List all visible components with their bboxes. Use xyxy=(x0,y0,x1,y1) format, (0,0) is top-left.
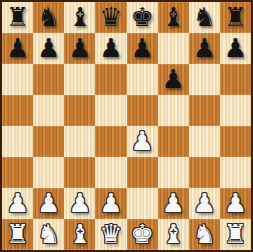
square-a8[interactable]: ♜ xyxy=(2,2,33,33)
square-f4[interactable] xyxy=(158,126,189,157)
white-knight[interactable]: ♞ xyxy=(37,221,60,247)
square-b5[interactable] xyxy=(33,95,64,126)
black-king[interactable]: ♚ xyxy=(130,4,153,30)
square-h1[interactable]: ♜ xyxy=(220,219,251,250)
square-g6[interactable] xyxy=(189,64,220,95)
square-e6[interactable] xyxy=(127,64,158,95)
black-rook[interactable]: ♜ xyxy=(6,4,29,30)
square-g4[interactable] xyxy=(189,126,220,157)
white-bishop[interactable]: ♝ xyxy=(162,221,185,247)
white-pawn[interactable]: ♟ xyxy=(6,190,29,216)
square-h3[interactable] xyxy=(220,157,251,188)
square-f2[interactable]: ♟ xyxy=(158,188,189,219)
white-bishop[interactable]: ♝ xyxy=(68,221,91,247)
square-g7[interactable]: ♟ xyxy=(189,33,220,64)
square-f7[interactable] xyxy=(158,33,189,64)
square-c6[interactable] xyxy=(64,64,95,95)
square-e8[interactable]: ♚ xyxy=(127,2,158,33)
white-king[interactable]: ♚ xyxy=(130,221,153,247)
square-g5[interactable] xyxy=(189,95,220,126)
square-d3[interactable] xyxy=(95,157,126,188)
square-g8[interactable]: ♞ xyxy=(189,2,220,33)
black-pawn[interactable]: ♟ xyxy=(130,35,153,61)
white-pawn[interactable]: ♟ xyxy=(162,190,185,216)
square-a4[interactable] xyxy=(2,126,33,157)
square-d7[interactable]: ♟ xyxy=(95,33,126,64)
square-b2[interactable]: ♟ xyxy=(33,188,64,219)
square-c3[interactable] xyxy=(64,157,95,188)
white-rook[interactable]: ♜ xyxy=(224,221,247,247)
square-a3[interactable] xyxy=(2,157,33,188)
white-pawn[interactable]: ♟ xyxy=(130,128,153,154)
square-e7[interactable]: ♟ xyxy=(127,33,158,64)
square-c7[interactable]: ♟ xyxy=(64,33,95,64)
square-a6[interactable] xyxy=(2,64,33,95)
square-b6[interactable] xyxy=(33,64,64,95)
black-pawn[interactable]: ♟ xyxy=(6,35,29,61)
square-e3[interactable] xyxy=(127,157,158,188)
square-e2[interactable] xyxy=(127,188,158,219)
square-f3[interactable] xyxy=(158,157,189,188)
square-h8[interactable]: ♜ xyxy=(220,2,251,33)
square-d5[interactable] xyxy=(95,95,126,126)
white-pawn[interactable]: ♟ xyxy=(193,190,216,216)
square-d2[interactable]: ♟ xyxy=(95,188,126,219)
black-knight[interactable]: ♞ xyxy=(193,4,216,30)
square-c5[interactable] xyxy=(64,95,95,126)
square-a2[interactable]: ♟ xyxy=(2,188,33,219)
square-c4[interactable] xyxy=(64,126,95,157)
square-a5[interactable] xyxy=(2,95,33,126)
black-queen[interactable]: ♛ xyxy=(99,4,122,30)
white-pawn[interactable]: ♟ xyxy=(99,190,122,216)
square-g1[interactable]: ♞ xyxy=(189,219,220,250)
black-knight[interactable]: ♞ xyxy=(37,4,60,30)
square-h6[interactable] xyxy=(220,64,251,95)
black-pawn[interactable]: ♟ xyxy=(224,35,247,61)
square-d8[interactable]: ♛ xyxy=(95,2,126,33)
black-pawn[interactable]: ♟ xyxy=(37,35,60,61)
square-g3[interactable] xyxy=(189,157,220,188)
black-pawn[interactable]: ♟ xyxy=(162,66,185,92)
square-d1[interactable]: ♛ xyxy=(95,219,126,250)
white-rook[interactable]: ♜ xyxy=(6,221,29,247)
white-pawn[interactable]: ♟ xyxy=(68,190,91,216)
black-bishop[interactable]: ♝ xyxy=(68,4,91,30)
square-e5[interactable] xyxy=(127,95,158,126)
square-c8[interactable]: ♝ xyxy=(64,2,95,33)
square-g2[interactable]: ♟ xyxy=(189,188,220,219)
black-rook[interactable]: ♜ xyxy=(224,4,247,30)
square-h7[interactable]: ♟ xyxy=(220,33,251,64)
square-f6[interactable]: ♟ xyxy=(158,64,189,95)
chess-board: ♜♞♝♛♚♝♞♜♟♟♟♟♟♟♟♟♟♟♟♟♟♟♟♟♜♞♝♛♚♝♞♜ xyxy=(2,2,251,250)
square-f8[interactable]: ♝ xyxy=(158,2,189,33)
square-h2[interactable]: ♟ xyxy=(220,188,251,219)
square-b8[interactable]: ♞ xyxy=(33,2,64,33)
square-e1[interactable]: ♚ xyxy=(127,219,158,250)
square-h4[interactable] xyxy=(220,126,251,157)
square-d4[interactable] xyxy=(95,126,126,157)
white-pawn[interactable]: ♟ xyxy=(37,190,60,216)
square-c1[interactable]: ♝ xyxy=(64,219,95,250)
square-b7[interactable]: ♟ xyxy=(33,33,64,64)
chess-board-frame: ♜♞♝♛♚♝♞♜♟♟♟♟♟♟♟♟♟♟♟♟♟♟♟♟♜♞♝♛♚♝♞♜ xyxy=(0,0,253,252)
white-knight[interactable]: ♞ xyxy=(193,221,216,247)
white-queen[interactable]: ♛ xyxy=(99,221,122,247)
square-f5[interactable] xyxy=(158,95,189,126)
square-c2[interactable]: ♟ xyxy=(64,188,95,219)
square-b3[interactable] xyxy=(33,157,64,188)
square-d6[interactable] xyxy=(95,64,126,95)
white-pawn[interactable]: ♟ xyxy=(224,190,247,216)
square-b1[interactable]: ♞ xyxy=(33,219,64,250)
square-a7[interactable]: ♟ xyxy=(2,33,33,64)
square-a1[interactable]: ♜ xyxy=(2,219,33,250)
black-bishop[interactable]: ♝ xyxy=(162,4,185,30)
black-pawn[interactable]: ♟ xyxy=(68,35,91,61)
black-pawn[interactable]: ♟ xyxy=(99,35,122,61)
square-e4[interactable]: ♟ xyxy=(127,126,158,157)
square-h5[interactable] xyxy=(220,95,251,126)
black-pawn[interactable]: ♟ xyxy=(193,35,216,61)
square-b4[interactable] xyxy=(33,126,64,157)
square-f1[interactable]: ♝ xyxy=(158,219,189,250)
